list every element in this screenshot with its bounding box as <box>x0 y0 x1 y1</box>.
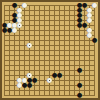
star-point <box>49 50 50 51</box>
star-point <box>49 20 50 21</box>
stone-mark <box>29 75 30 76</box>
star-point <box>19 50 20 51</box>
star-point <box>79 80 80 81</box>
stone-mark <box>29 45 30 46</box>
stone-mark <box>49 80 50 81</box>
go-grid: ●●●●●●●●●●●●●●●●●●●●●●●●●●●●●●●●●●●●●●●●… <box>2 3 97 98</box>
go-board: ●●●●●●●●●●●●●●●●●●●●●●●●●●●●●●●●●●●●●●●●… <box>0 0 100 100</box>
board-point[interactable] <box>92 93 97 98</box>
stone-mark <box>19 25 20 26</box>
star-point <box>79 50 80 51</box>
